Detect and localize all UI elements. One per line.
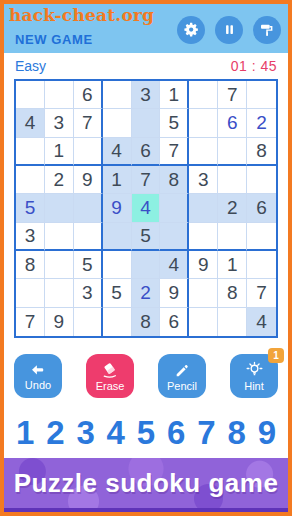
numpad-1[interactable]: 1 [16, 416, 34, 450]
cell-r2c2[interactable]: 3 [45, 109, 74, 137]
cell-r5c8[interactable]: 2 [218, 194, 247, 222]
undo-label: Undo [25, 379, 51, 391]
pencil-label: Pencil [167, 380, 197, 392]
cell-r6c7[interactable] [189, 223, 218, 251]
hint-label: Hint [244, 380, 264, 392]
cell-r4c7[interactable]: 3 [189, 166, 218, 194]
cell-r7c9[interactable] [247, 251, 276, 279]
cell-r1c4[interactable] [103, 81, 132, 109]
cell-r5c2[interactable] [45, 194, 74, 222]
toolbar: Undo Erase Pencil [14, 354, 278, 398]
pencil-button[interactable]: Pencil [158, 354, 206, 398]
cell-r9c3[interactable] [74, 308, 103, 336]
cell-r7c6[interactable]: 4 [160, 251, 189, 279]
lightbulb-icon [245, 361, 264, 379]
numpad-8[interactable]: 8 [227, 416, 245, 450]
cell-r2c8[interactable]: 6 [218, 109, 247, 137]
cell-r1c8[interactable]: 7 [218, 81, 247, 109]
app-frame: hack-cheat.org NEW GAME [0, 0, 292, 516]
cell-r7c5[interactable] [132, 251, 161, 279]
cell-r2c7[interactable] [189, 109, 218, 137]
cell-r4c8[interactable] [218, 166, 247, 194]
pause-button[interactable] [215, 16, 243, 44]
cell-r3c2[interactable]: 1 [45, 138, 74, 166]
cell-r1c2[interactable] [45, 81, 74, 109]
cell-r1c1[interactable] [16, 81, 45, 109]
cell-r8c8[interactable]: 8 [218, 279, 247, 307]
cell-r4c3[interactable]: 9 [74, 166, 103, 194]
cell-r5c7[interactable] [189, 194, 218, 222]
cell-r5c6[interactable] [160, 194, 189, 222]
cell-r7c7[interactable]: 9 [189, 251, 218, 279]
cell-r6c8[interactable] [218, 223, 247, 251]
theme-button[interactable] [253, 16, 281, 44]
cell-r3c7[interactable] [189, 138, 218, 166]
cell-r9c6[interactable]: 6 [160, 308, 189, 336]
cell-r8c5[interactable]: 2 [132, 279, 161, 307]
cell-r4c2[interactable]: 2 [45, 166, 74, 194]
erase-button[interactable]: Erase [86, 354, 134, 398]
paint-roller-icon [259, 22, 275, 38]
cell-r9c1[interactable]: 7 [16, 308, 45, 336]
numpad-6[interactable]: 6 [167, 416, 185, 450]
cell-r1c7[interactable] [189, 81, 218, 109]
numpad-5[interactable]: 5 [137, 416, 155, 450]
cell-r7c8[interactable]: 1 [218, 251, 247, 279]
numpad-3[interactable]: 3 [76, 416, 94, 450]
cell-r5c9[interactable]: 6 [247, 194, 276, 222]
cell-r6c6[interactable] [160, 223, 189, 251]
banner: Puzzle sudoku game [4, 458, 288, 512]
erase-label: Erase [96, 380, 125, 392]
cell-r6c4[interactable] [103, 223, 132, 251]
gear-icon [183, 21, 200, 38]
cell-r5c3[interactable] [74, 194, 103, 222]
settings-button[interactable] [177, 16, 205, 44]
eraser-icon [100, 361, 120, 379]
number-pad: 123456789 [16, 416, 276, 450]
watermark: hack-cheat.org [9, 5, 154, 25]
cell-r6c5[interactable]: 5 [132, 223, 161, 251]
cell-r2c4[interactable] [103, 109, 132, 137]
cell-r2c1[interactable]: 4 [16, 109, 45, 137]
cell-r7c2[interactable] [45, 251, 74, 279]
cell-r6c3[interactable] [74, 223, 103, 251]
hint-badge: 1 [268, 348, 284, 363]
cell-r8c4[interactable]: 5 [103, 279, 132, 307]
cell-r2c6[interactable]: 5 [160, 109, 189, 137]
cell-r8c1[interactable] [16, 279, 45, 307]
cell-r3c3[interactable] [74, 138, 103, 166]
page-title: NEW GAME [15, 32, 93, 47]
cell-r5c5[interactable]: 4 [132, 194, 161, 222]
pencil-icon [173, 362, 191, 379]
cell-r3c1[interactable] [16, 138, 45, 166]
cell-r5c4[interactable]: 9 [103, 194, 132, 222]
cell-r4c9[interactable] [247, 166, 276, 194]
cell-r3c9[interactable]: 8 [247, 138, 276, 166]
cell-r3c4[interactable]: 4 [103, 138, 132, 166]
cell-r4c4[interactable]: 1 [103, 166, 132, 194]
status-row: Easy 01 : 45 [4, 53, 288, 79]
cell-r7c1[interactable]: 8 [16, 251, 45, 279]
cell-r6c9[interactable] [247, 223, 276, 251]
cell-r8c3[interactable]: 3 [74, 279, 103, 307]
cell-r7c3[interactable]: 5 [74, 251, 103, 279]
cell-r2c3[interactable]: 7 [74, 109, 103, 137]
cell-r8c7[interactable] [189, 279, 218, 307]
header-buttons [177, 16, 281, 44]
cell-r2c5[interactable] [132, 109, 161, 137]
numpad-4[interactable]: 4 [107, 416, 125, 450]
cell-r7c4[interactable] [103, 251, 132, 279]
cell-r6c2[interactable] [45, 223, 74, 251]
cell-r1c5[interactable]: 3 [132, 81, 161, 109]
cell-r9c5[interactable]: 8 [132, 308, 161, 336]
cell-r4c5[interactable]: 7 [132, 166, 161, 194]
cell-r9c8[interactable] [218, 308, 247, 336]
sudoku-board: 6317437562146782917835942635854913529877… [14, 79, 278, 338]
cell-r4c6[interactable]: 8 [160, 166, 189, 194]
cell-r9c2[interactable]: 9 [45, 308, 74, 336]
cell-r6c1[interactable]: 3 [16, 223, 45, 251]
numpad-7[interactable]: 7 [197, 416, 215, 450]
difficulty-label: Easy [15, 58, 46, 74]
numpad-2[interactable]: 2 [46, 416, 64, 450]
cell-r9c7[interactable] [189, 308, 218, 336]
hint-button[interactable]: 1 Hint [230, 354, 278, 398]
cell-r3c5[interactable]: 6 [132, 138, 161, 166]
cell-r1c6[interactable]: 1 [160, 81, 189, 109]
cell-r1c9[interactable] [247, 81, 276, 109]
banner-text: Puzzle sudoku game [14, 468, 279, 503]
cell-r5c1[interactable]: 5 [16, 194, 45, 222]
undo-arrow-icon [29, 362, 47, 378]
cell-r4c1[interactable] [16, 166, 45, 194]
pause-icon [222, 22, 237, 37]
undo-button[interactable]: Undo [14, 354, 62, 398]
cell-r8c9[interactable]: 7 [247, 279, 276, 307]
timer: 01 : 45 [231, 58, 277, 74]
numpad-9[interactable]: 9 [258, 416, 276, 450]
cell-r8c2[interactable] [45, 279, 74, 307]
cell-r3c6[interactable]: 7 [160, 138, 189, 166]
cell-r9c9[interactable]: 4 [247, 308, 276, 336]
cell-r2c9[interactable]: 2 [247, 109, 276, 137]
cell-r8c6[interactable]: 9 [160, 279, 189, 307]
cell-r9c4[interactable] [103, 308, 132, 336]
cell-r3c8[interactable] [218, 138, 247, 166]
cell-r1c3[interactable]: 6 [74, 81, 103, 109]
